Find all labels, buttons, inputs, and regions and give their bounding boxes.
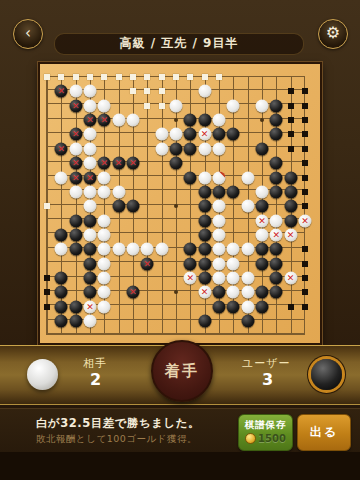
white-stone bbox=[212, 171, 225, 184]
white-territory-marker bbox=[202, 74, 208, 80]
white-territory-marker bbox=[130, 74, 136, 80]
white-stone: ✕ bbox=[198, 128, 211, 141]
dead-stone-x-icon: ✕ bbox=[201, 288, 209, 297]
black-stone: ✕ bbox=[55, 142, 68, 155]
black-territory-marker bbox=[44, 275, 50, 281]
white-stone bbox=[212, 214, 225, 227]
white-stone bbox=[83, 185, 96, 198]
black-stone bbox=[284, 185, 297, 198]
white-stone bbox=[98, 286, 111, 299]
black-stone bbox=[270, 185, 283, 198]
black-stone bbox=[83, 257, 96, 270]
dead-stone-x-icon: ✕ bbox=[72, 159, 80, 168]
white-stone bbox=[98, 257, 111, 270]
white-stone bbox=[83, 99, 96, 112]
player-bar: 相手 2 着手 ユーザー 3 bbox=[0, 345, 360, 405]
go-board[interactable]: ✕✕✕✕✕✕✕✕✕✕✕✕✕✕✕✕✕✕✕✕✕✕✕ bbox=[38, 62, 322, 345]
white-stone bbox=[112, 185, 125, 198]
gold-coin-icon bbox=[245, 433, 256, 444]
black-stone bbox=[270, 243, 283, 256]
white-stone: ✕ bbox=[284, 272, 297, 285]
white-stone bbox=[155, 128, 168, 141]
black-territory-marker bbox=[302, 117, 308, 123]
black-stone bbox=[284, 200, 297, 213]
black-stone bbox=[198, 257, 211, 270]
white-stone bbox=[83, 228, 96, 241]
black-stone bbox=[198, 185, 211, 198]
white-stone bbox=[241, 243, 254, 256]
black-stone bbox=[227, 128, 240, 141]
black-stone bbox=[270, 128, 283, 141]
white-stone bbox=[55, 243, 68, 256]
black-stone bbox=[83, 272, 96, 285]
save-record-label: 棋譜保存 bbox=[239, 419, 292, 432]
black-stone bbox=[126, 200, 139, 213]
white-stone bbox=[83, 142, 96, 155]
dead-stone-x-icon: ✕ bbox=[72, 173, 80, 182]
black-stone bbox=[112, 200, 125, 213]
black-stone bbox=[212, 286, 225, 299]
black-stone bbox=[255, 243, 268, 256]
black-stone bbox=[69, 228, 82, 241]
black-stone bbox=[69, 214, 82, 227]
white-stone bbox=[83, 128, 96, 141]
black-stone bbox=[255, 300, 268, 313]
black-stone: ✕ bbox=[55, 85, 68, 98]
black-stone bbox=[184, 257, 197, 270]
white-stone bbox=[212, 257, 225, 270]
black-stone bbox=[184, 128, 197, 141]
black-stone-avatar bbox=[311, 359, 342, 390]
white-stone bbox=[212, 243, 225, 256]
black-territory-marker bbox=[302, 103, 308, 109]
white-stone bbox=[83, 200, 96, 213]
dead-stone-x-icon: ✕ bbox=[258, 216, 266, 225]
save-cost: 1500 bbox=[258, 433, 286, 444]
dead-stone-x-icon: ✕ bbox=[287, 274, 295, 283]
white-stone: ✕ bbox=[184, 272, 197, 285]
white-stone bbox=[212, 272, 225, 285]
white-stone bbox=[227, 243, 240, 256]
white-territory-marker bbox=[173, 74, 179, 80]
black-stone bbox=[55, 272, 68, 285]
white-stone bbox=[83, 85, 96, 98]
back-icon: ‹ bbox=[25, 24, 31, 42]
white-stone bbox=[98, 171, 111, 184]
white-territory-marker bbox=[87, 74, 93, 80]
black-stone bbox=[184, 171, 197, 184]
black-territory-marker bbox=[288, 146, 294, 152]
black-stone bbox=[270, 272, 283, 285]
white-stone bbox=[69, 142, 82, 155]
black-stone bbox=[184, 114, 197, 127]
white-stone bbox=[241, 200, 254, 213]
white-stone bbox=[83, 157, 96, 170]
save-record-button[interactable]: 棋譜保存 1500 bbox=[238, 414, 293, 451]
white-stone bbox=[169, 99, 182, 112]
white-stone bbox=[55, 171, 68, 184]
top-bar: ‹ 高級 / 互先 / 9目半 ⚙ bbox=[0, 0, 360, 60]
black-stone: ✕ bbox=[126, 157, 139, 170]
dead-stone-x-icon: ✕ bbox=[72, 101, 80, 110]
black-stone bbox=[212, 300, 225, 313]
white-territory-marker bbox=[187, 74, 193, 80]
white-stone bbox=[69, 85, 82, 98]
app-screen: ‹ 高級 / 互先 / 9目半 ⚙ ✕✕✕✕✕✕✕✕✕✕✕✕✕✕✕✕✕✕✕✕✕✕… bbox=[0, 0, 360, 480]
black-stone: ✕ bbox=[83, 114, 96, 127]
white-stone bbox=[241, 300, 254, 313]
exit-button[interactable]: 出る bbox=[297, 414, 351, 451]
black-territory-marker bbox=[288, 103, 294, 109]
black-stone bbox=[55, 228, 68, 241]
black-stone bbox=[198, 200, 211, 213]
dead-stone-x-icon: ✕ bbox=[287, 230, 295, 239]
dead-stone-x-icon: ✕ bbox=[86, 302, 94, 311]
black-stone bbox=[255, 142, 268, 155]
black-territory-marker bbox=[302, 275, 308, 281]
white-stone: ✕ bbox=[255, 214, 268, 227]
white-stone: ✕ bbox=[284, 228, 297, 241]
white-territory-marker bbox=[58, 74, 64, 80]
dead-stone-x-icon: ✕ bbox=[301, 216, 309, 225]
dead-stone-x-icon: ✕ bbox=[101, 159, 109, 168]
white-stone bbox=[98, 99, 111, 112]
white-stone bbox=[198, 142, 211, 155]
white-stone bbox=[83, 315, 96, 328]
black-territory-marker bbox=[288, 117, 294, 123]
black-stone bbox=[284, 214, 297, 227]
black-stone bbox=[198, 272, 211, 285]
black-territory-marker bbox=[302, 304, 308, 310]
black-stone bbox=[270, 99, 283, 112]
black-stone: ✕ bbox=[69, 99, 82, 112]
white-stone: ✕ bbox=[198, 286, 211, 299]
black-stone bbox=[83, 214, 96, 227]
black-stone bbox=[69, 300, 82, 313]
white-territory-marker bbox=[216, 74, 222, 80]
black-stone bbox=[198, 114, 211, 127]
black-stone: ✕ bbox=[83, 171, 96, 184]
white-territory-marker bbox=[101, 74, 107, 80]
black-territory-marker bbox=[302, 175, 308, 181]
black-stone: ✕ bbox=[69, 157, 82, 170]
black-stone bbox=[198, 243, 211, 256]
hoshi-point bbox=[174, 118, 178, 122]
white-stone bbox=[126, 243, 139, 256]
black-stone bbox=[227, 300, 240, 313]
white-stone-avatar bbox=[27, 359, 58, 390]
white-stone bbox=[241, 272, 254, 285]
white-stone bbox=[112, 114, 125, 127]
white-stone bbox=[198, 85, 211, 98]
dead-stone-x-icon: ✕ bbox=[58, 87, 66, 96]
opponent-capture-count: 2 bbox=[90, 370, 101, 389]
white-stone bbox=[98, 185, 111, 198]
dead-stone-x-icon: ✕ bbox=[72, 130, 80, 139]
white-stone bbox=[155, 142, 168, 155]
black-stone bbox=[198, 214, 211, 227]
dead-stone-x-icon: ✕ bbox=[115, 159, 123, 168]
black-stone bbox=[55, 315, 68, 328]
user-capture-count: 3 bbox=[262, 370, 273, 389]
white-territory-marker bbox=[44, 203, 50, 209]
dead-stone-x-icon: ✕ bbox=[201, 130, 209, 139]
white-stone bbox=[270, 214, 283, 227]
white-stone bbox=[212, 200, 225, 213]
black-stone bbox=[169, 157, 182, 170]
white-stone bbox=[227, 272, 240, 285]
white-territory-marker bbox=[159, 74, 165, 80]
black-stone: ✕ bbox=[112, 157, 125, 170]
last-move-triangle-icon bbox=[218, 171, 225, 178]
black-territory-marker bbox=[44, 289, 50, 295]
white-stone bbox=[112, 243, 125, 256]
black-stone bbox=[255, 200, 268, 213]
white-territory-marker bbox=[130, 88, 136, 94]
white-stone bbox=[255, 228, 268, 241]
black-stone bbox=[212, 128, 225, 141]
black-territory-marker bbox=[302, 289, 308, 295]
white-territory-marker bbox=[144, 103, 150, 109]
black-stone bbox=[55, 300, 68, 313]
move-button[interactable]: 着手 bbox=[151, 340, 213, 402]
board-grid: ✕✕✕✕✕✕✕✕✕✕✕✕✕✕✕✕✕✕✕✕✕✕✕ bbox=[46, 76, 305, 335]
white-stone bbox=[212, 114, 225, 127]
black-stone: ✕ bbox=[98, 157, 111, 170]
black-stone bbox=[184, 243, 197, 256]
white-territory-marker bbox=[159, 103, 165, 109]
black-stone bbox=[83, 286, 96, 299]
dead-stone-x-icon: ✕ bbox=[86, 116, 94, 125]
white-stone bbox=[241, 171, 254, 184]
white-stone bbox=[227, 257, 240, 270]
black-stone bbox=[169, 142, 182, 155]
white-stone: ✕ bbox=[83, 300, 96, 313]
black-stone: ✕ bbox=[141, 257, 154, 270]
black-stone: ✕ bbox=[126, 286, 139, 299]
hoshi-point bbox=[260, 118, 264, 122]
black-territory-marker bbox=[288, 131, 294, 137]
white-territory-marker bbox=[144, 74, 150, 80]
black-stone bbox=[270, 286, 283, 299]
black-territory-marker bbox=[302, 203, 308, 209]
black-stone bbox=[198, 315, 211, 328]
dead-stone-x-icon: ✕ bbox=[144, 259, 152, 268]
black-territory-marker bbox=[288, 304, 294, 310]
dead-stone-x-icon: ✕ bbox=[86, 173, 94, 182]
dead-stone-x-icon: ✕ bbox=[272, 230, 280, 239]
white-stone bbox=[255, 99, 268, 112]
settings-button[interactable]: ⚙ bbox=[318, 19, 348, 49]
dead-stone-x-icon: ✕ bbox=[58, 144, 66, 153]
black-stone bbox=[270, 257, 283, 270]
black-territory-marker bbox=[302, 261, 308, 267]
white-stone bbox=[212, 228, 225, 241]
black-stone bbox=[255, 257, 268, 270]
white-stone bbox=[255, 185, 268, 198]
result-bar: 白が32.5目差で勝ちました。 敗北報酬として100ゴールド獲得。 棋譜保存 1… bbox=[0, 408, 360, 453]
black-territory-marker bbox=[288, 88, 294, 94]
black-territory-marker bbox=[302, 160, 308, 166]
hoshi-point bbox=[174, 204, 178, 208]
black-territory-marker bbox=[302, 246, 308, 252]
dead-stone-x-icon: ✕ bbox=[129, 159, 137, 168]
black-stone bbox=[69, 315, 82, 328]
white-stone bbox=[169, 128, 182, 141]
black-stone bbox=[55, 286, 68, 299]
gear-icon: ⚙ bbox=[326, 23, 340, 42]
black-stone bbox=[255, 286, 268, 299]
white-stone bbox=[212, 142, 225, 155]
black-stone: ✕ bbox=[98, 114, 111, 127]
white-stone bbox=[98, 243, 111, 256]
black-stone: ✕ bbox=[69, 128, 82, 141]
white-stone bbox=[227, 286, 240, 299]
white-stone: ✕ bbox=[298, 214, 311, 227]
black-stone: ✕ bbox=[69, 171, 82, 184]
opponent-label: 相手 bbox=[83, 356, 107, 371]
user-label: ユーザー bbox=[242, 356, 291, 371]
black-stone bbox=[212, 185, 225, 198]
black-stone bbox=[241, 315, 254, 328]
white-stone bbox=[69, 185, 82, 198]
black-stone bbox=[69, 243, 82, 256]
dead-stone-x-icon: ✕ bbox=[187, 274, 195, 283]
white-stone bbox=[227, 99, 240, 112]
bottom-background bbox=[0, 452, 360, 480]
black-territory-marker bbox=[302, 189, 308, 195]
result-message: 白が32.5目差で勝ちました。 bbox=[36, 416, 200, 431]
white-stone bbox=[98, 272, 111, 285]
white-stone bbox=[241, 286, 254, 299]
black-stone bbox=[270, 114, 283, 127]
black-stone bbox=[83, 243, 96, 256]
white-territory-marker bbox=[144, 88, 150, 94]
white-territory-marker bbox=[159, 88, 165, 94]
white-stone bbox=[141, 243, 154, 256]
dead-stone-x-icon: ✕ bbox=[129, 288, 137, 297]
white-stone: ✕ bbox=[270, 228, 283, 241]
black-territory-marker bbox=[302, 131, 308, 137]
white-stone bbox=[198, 171, 211, 184]
black-stone bbox=[184, 142, 197, 155]
hoshi-point bbox=[174, 290, 178, 294]
black-stone bbox=[270, 157, 283, 170]
white-territory-marker bbox=[44, 74, 50, 80]
black-stone bbox=[198, 228, 211, 241]
white-stone bbox=[98, 228, 111, 241]
white-stone bbox=[155, 243, 168, 256]
black-stone bbox=[270, 171, 283, 184]
black-stone bbox=[284, 171, 297, 184]
white-stone bbox=[98, 300, 111, 313]
page-title: 高級 / 互先 / 9目半 bbox=[54, 33, 304, 55]
white-stone bbox=[126, 114, 139, 127]
black-territory-marker bbox=[302, 146, 308, 152]
back-button[interactable]: ‹ bbox=[13, 19, 43, 49]
black-stone bbox=[227, 185, 240, 198]
black-territory-marker bbox=[44, 304, 50, 310]
black-territory-marker bbox=[302, 88, 308, 94]
white-territory-marker bbox=[73, 74, 79, 80]
white-territory-marker bbox=[116, 74, 122, 80]
white-stone bbox=[98, 214, 111, 227]
dead-stone-x-icon: ✕ bbox=[101, 116, 109, 125]
reward-message: 敗北報酬として100ゴールド獲得。 bbox=[36, 433, 197, 446]
